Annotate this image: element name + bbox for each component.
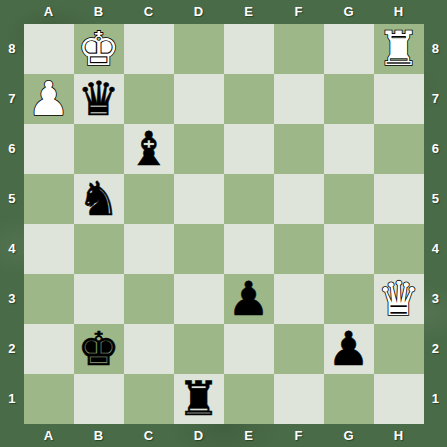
square-d7[interactable] [174, 74, 224, 124]
rank-label-4: 4 [424, 224, 447, 274]
rank-label-2: 2 [0, 324, 24, 374]
file-label-c: C [124, 424, 174, 447]
square-d5[interactable] [174, 174, 224, 224]
square-g6[interactable] [324, 124, 374, 174]
file-label-h: H [374, 424, 424, 447]
square-g4[interactable] [324, 224, 374, 274]
file-label-h: H [374, 0, 424, 24]
piece-black-king[interactable]: ♚ [77, 324, 119, 374]
square-e2[interactable] [224, 324, 274, 374]
piece-black-rook[interactable]: ♜ [177, 374, 219, 424]
square-h1[interactable] [374, 374, 424, 424]
square-h3[interactable]: ♛ [374, 274, 424, 324]
file-label-b: B [74, 424, 124, 447]
square-e4[interactable] [224, 224, 274, 274]
square-f7[interactable] [274, 74, 324, 124]
square-c5[interactable] [124, 174, 174, 224]
square-g2[interactable]: ♟ [324, 324, 374, 374]
square-h2[interactable] [374, 324, 424, 374]
square-f3[interactable] [274, 274, 324, 324]
square-d4[interactable] [174, 224, 224, 274]
square-c1[interactable] [124, 374, 174, 424]
piece-black-queen[interactable]: ♛ [77, 74, 119, 124]
file-label-c: C [124, 0, 174, 24]
square-g7[interactable] [324, 74, 374, 124]
rank-label-1: 1 [424, 374, 447, 424]
file-label-e: E [224, 424, 274, 447]
square-h7[interactable] [374, 74, 424, 124]
square-g8[interactable] [324, 24, 374, 74]
rank-labels-left: 87654321 [0, 24, 24, 424]
square-a1[interactable] [24, 374, 74, 424]
square-e1[interactable] [224, 374, 274, 424]
file-label-d: D [174, 424, 224, 447]
square-d1[interactable]: ♜ [174, 374, 224, 424]
square-b2[interactable]: ♚ [74, 324, 124, 374]
square-a8[interactable] [24, 24, 74, 74]
square-b7[interactable]: ♛ [74, 74, 124, 124]
square-d3[interactable] [174, 274, 224, 324]
rank-label-5: 5 [0, 174, 24, 224]
square-g5[interactable] [324, 174, 374, 224]
square-f8[interactable] [274, 24, 324, 74]
rank-label-8: 8 [424, 24, 447, 74]
rank-label-1: 1 [0, 374, 24, 424]
square-d8[interactable] [174, 24, 224, 74]
rank-label-8: 8 [0, 24, 24, 74]
square-h6[interactable] [374, 124, 424, 174]
file-label-a: A [24, 424, 74, 447]
file-label-e: E [224, 0, 274, 24]
rank-label-7: 7 [424, 74, 447, 124]
file-label-a: A [24, 0, 74, 24]
square-c8[interactable] [124, 24, 174, 74]
square-a2[interactable] [24, 324, 74, 374]
chess-board: ♚♜♟♛♝♞♟♛♚♟♜ [24, 24, 424, 424]
piece-white-rook[interactable]: ♜ [377, 24, 419, 74]
square-e8[interactable] [224, 24, 274, 74]
rank-label-6: 6 [424, 124, 447, 174]
file-labels-bottom: ABCDEFGH [24, 424, 424, 447]
square-f4[interactable] [274, 224, 324, 274]
square-g3[interactable] [324, 274, 374, 324]
square-b4[interactable] [74, 224, 124, 274]
square-a5[interactable] [24, 174, 74, 224]
file-label-f: F [274, 0, 324, 24]
rank-label-3: 3 [424, 274, 447, 324]
file-label-b: B [74, 0, 124, 24]
piece-black-knight[interactable]: ♞ [77, 174, 119, 224]
square-a4[interactable] [24, 224, 74, 274]
rank-label-7: 7 [0, 74, 24, 124]
square-b1[interactable] [74, 374, 124, 424]
square-h8[interactable]: ♜ [374, 24, 424, 74]
square-h5[interactable] [374, 174, 424, 224]
square-e7[interactable] [224, 74, 274, 124]
piece-black-bishop[interactable]: ♝ [127, 124, 169, 174]
square-c7[interactable] [124, 74, 174, 124]
file-label-g: G [324, 424, 374, 447]
rank-label-4: 4 [0, 224, 24, 274]
rank-label-5: 5 [424, 174, 447, 224]
rank-label-2: 2 [424, 324, 447, 374]
file-label-d: D [174, 0, 224, 24]
square-c4[interactable] [124, 224, 174, 274]
rank-labels-right: 87654321 [424, 24, 447, 424]
rank-label-3: 3 [0, 274, 24, 324]
square-a3[interactable] [24, 274, 74, 324]
square-f6[interactable] [274, 124, 324, 174]
chess-board-frame: ABCDEFGH ABCDEFGH 87654321 87654321 ♚♜♟♛… [0, 0, 447, 447]
square-c6[interactable]: ♝ [124, 124, 174, 174]
square-b6[interactable] [74, 124, 124, 174]
rank-label-6: 6 [0, 124, 24, 174]
square-a6[interactable] [24, 124, 74, 174]
square-h4[interactable] [374, 224, 424, 274]
file-labels-top: ABCDEFGH [24, 0, 424, 24]
file-label-g: G [324, 0, 374, 24]
square-e3[interactable]: ♟ [224, 274, 274, 324]
piece-white-pawn[interactable]: ♟ [27, 74, 69, 124]
square-e6[interactable] [224, 124, 274, 174]
square-c2[interactable] [124, 324, 174, 374]
square-b3[interactable] [74, 274, 124, 324]
square-a7[interactable]: ♟ [24, 74, 74, 124]
square-d2[interactable] [174, 324, 224, 374]
square-f1[interactable] [274, 374, 324, 424]
square-c3[interactable] [124, 274, 174, 324]
square-e5[interactable] [224, 174, 274, 224]
square-f2[interactable] [274, 324, 324, 374]
piece-black-pawn[interactable]: ♟ [227, 274, 269, 324]
piece-white-queen[interactable]: ♛ [377, 274, 419, 324]
square-d6[interactable] [174, 124, 224, 174]
square-b8[interactable]: ♚ [74, 24, 124, 74]
piece-black-pawn[interactable]: ♟ [327, 324, 369, 374]
square-f5[interactable] [274, 174, 324, 224]
file-label-f: F [274, 424, 324, 447]
square-b5[interactable]: ♞ [74, 174, 124, 224]
square-g1[interactable] [324, 374, 374, 424]
piece-white-king[interactable]: ♚ [77, 24, 119, 74]
